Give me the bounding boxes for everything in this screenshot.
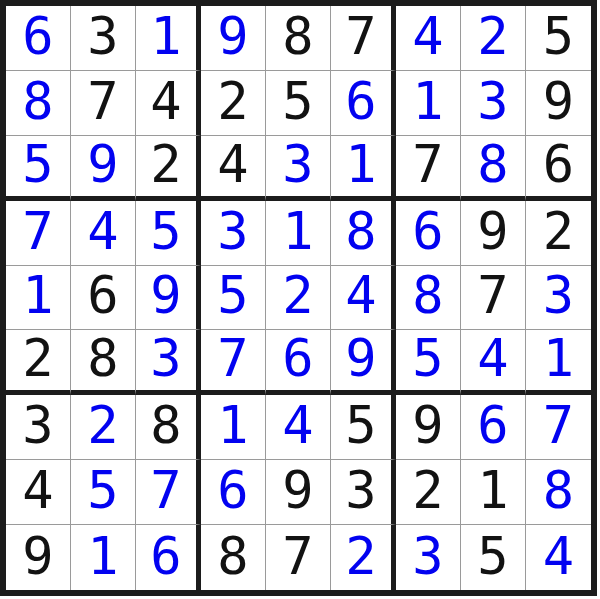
cell-r8c8[interactable]: 1 [461, 460, 526, 525]
cell-r9c9[interactable]: 4 [526, 525, 591, 590]
cell-r4c2[interactable]: 4 [71, 201, 136, 266]
cell-r8c1[interactable]: 4 [6, 460, 71, 525]
cell-r1c1[interactable]: 6 [6, 6, 71, 71]
cell-r2c2[interactable]: 7 [71, 71, 136, 136]
cell-r6c6[interactable]: 9 [331, 330, 396, 395]
cell-r9c5[interactable]: 7 [266, 525, 331, 590]
cell-r3c4[interactable]: 4 [201, 136, 266, 201]
cell-r7c3[interactable]: 8 [136, 395, 201, 460]
cell-r4c6[interactable]: 8 [331, 201, 396, 266]
cell-r9c6[interactable]: 2 [331, 525, 396, 590]
cell-r1c3[interactable]: 1 [136, 6, 201, 71]
cell-r1c4[interactable]: 9 [201, 6, 266, 71]
cell-r3c2[interactable]: 9 [71, 136, 136, 201]
cell-r4c9[interactable]: 2 [526, 201, 591, 266]
cell-r3c1[interactable]: 5 [6, 136, 71, 201]
cell-r9c1[interactable]: 9 [6, 525, 71, 590]
cell-r3c7[interactable]: 7 [396, 136, 461, 201]
sudoku-app: 6319874258742561395924317867453186921695… [0, 0, 600, 599]
cell-r1c6[interactable]: 7 [331, 6, 396, 71]
cell-r7c5[interactable]: 4 [266, 395, 331, 460]
cell-r7c2[interactable]: 2 [71, 395, 136, 460]
cell-r6c7[interactable]: 5 [396, 330, 461, 395]
cell-r2c1[interactable]: 8 [6, 71, 71, 136]
cell-r3c6[interactable]: 1 [331, 136, 396, 201]
cell-r9c4[interactable]: 8 [201, 525, 266, 590]
cell-r7c9[interactable]: 7 [526, 395, 591, 460]
cell-r2c5[interactable]: 5 [266, 71, 331, 136]
cell-r2c3[interactable]: 4 [136, 71, 201, 136]
cell-r8c4[interactable]: 6 [201, 460, 266, 525]
cell-r9c7[interactable]: 3 [396, 525, 461, 590]
cell-r2c4[interactable]: 2 [201, 71, 266, 136]
cell-r3c8[interactable]: 8 [461, 136, 526, 201]
cell-r7c4[interactable]: 1 [201, 395, 266, 460]
cell-r4c1[interactable]: 7 [6, 201, 71, 266]
cell-r6c5[interactable]: 6 [266, 330, 331, 395]
cell-r7c8[interactable]: 6 [461, 395, 526, 460]
cell-r7c6[interactable]: 5 [331, 395, 396, 460]
cell-r4c7[interactable]: 6 [396, 201, 461, 266]
cell-r1c5[interactable]: 8 [266, 6, 331, 71]
cell-r7c7[interactable]: 9 [396, 395, 461, 460]
cell-r3c5[interactable]: 3 [266, 136, 331, 201]
cell-r8c3[interactable]: 7 [136, 460, 201, 525]
cell-r5c4[interactable]: 5 [201, 266, 266, 331]
cell-r6c9[interactable]: 1 [526, 330, 591, 395]
cell-r8c9[interactable]: 8 [526, 460, 591, 525]
cell-r6c8[interactable]: 4 [461, 330, 526, 395]
cell-r9c3[interactable]: 6 [136, 525, 201, 590]
cell-r3c3[interactable]: 2 [136, 136, 201, 201]
sudoku-board: 6319874258742561395924317867453186921695… [0, 0, 597, 596]
cell-r8c5[interactable]: 9 [266, 460, 331, 525]
cell-r5c8[interactable]: 7 [461, 266, 526, 331]
cell-r7c1[interactable]: 3 [6, 395, 71, 460]
cell-r8c6[interactable]: 3 [331, 460, 396, 525]
cell-r5c9[interactable]: 3 [526, 266, 591, 331]
cell-r1c7[interactable]: 4 [396, 6, 461, 71]
cell-r5c5[interactable]: 2 [266, 266, 331, 331]
cell-r2c7[interactable]: 1 [396, 71, 461, 136]
cell-r8c7[interactable]: 2 [396, 460, 461, 525]
cell-r1c8[interactable]: 2 [461, 6, 526, 71]
cell-r5c3[interactable]: 9 [136, 266, 201, 331]
cell-r5c2[interactable]: 6 [71, 266, 136, 331]
cell-r9c8[interactable]: 5 [461, 525, 526, 590]
cell-r9c2[interactable]: 1 [71, 525, 136, 590]
cell-r2c8[interactable]: 3 [461, 71, 526, 136]
cell-r5c1[interactable]: 1 [6, 266, 71, 331]
cell-r5c7[interactable]: 8 [396, 266, 461, 331]
cell-r4c5[interactable]: 1 [266, 201, 331, 266]
cell-r1c2[interactable]: 3 [71, 6, 136, 71]
cell-r3c9[interactable]: 6 [526, 136, 591, 201]
cell-r4c3[interactable]: 5 [136, 201, 201, 266]
cell-r1c9[interactable]: 5 [526, 6, 591, 71]
cell-r4c4[interactable]: 3 [201, 201, 266, 266]
cell-r2c9[interactable]: 9 [526, 71, 591, 136]
cell-r5c6[interactable]: 4 [331, 266, 396, 331]
cell-r8c2[interactable]: 5 [71, 460, 136, 525]
cell-r6c2[interactable]: 8 [71, 330, 136, 395]
cell-r6c1[interactable]: 2 [6, 330, 71, 395]
cell-r2c6[interactable]: 6 [331, 71, 396, 136]
cell-r6c3[interactable]: 3 [136, 330, 201, 395]
cell-r4c8[interactable]: 9 [461, 201, 526, 266]
cell-r6c4[interactable]: 7 [201, 330, 266, 395]
